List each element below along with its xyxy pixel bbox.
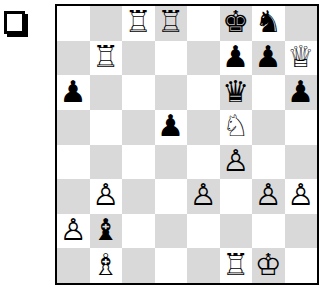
square-h7[interactable]: ♕ (285, 41, 318, 76)
square-b3[interactable]: ♙ (90, 179, 123, 214)
square-c7[interactable] (122, 41, 155, 76)
square-g5[interactable] (252, 110, 285, 145)
square-a1[interactable] (57, 248, 90, 283)
white-pawn-piece: ♙ (287, 180, 314, 210)
white-pawn-piece: ♙ (60, 215, 87, 245)
square-g3[interactable]: ♙ (252, 179, 285, 214)
white-king-piece: ♔ (255, 250, 282, 280)
square-d3[interactable] (155, 179, 188, 214)
black-knight-piece: ♞ (255, 7, 282, 37)
white-bishop-piece: ♗ (92, 250, 119, 280)
square-b5[interactable] (90, 110, 123, 145)
square-e6[interactable] (187, 75, 220, 110)
black-bishop-piece: ♝ (92, 215, 119, 245)
square-h2[interactable] (285, 214, 318, 249)
square-f1[interactable]: ♖ (220, 248, 253, 283)
square-h4[interactable] (285, 145, 318, 180)
square-g1[interactable]: ♔ (252, 248, 285, 283)
square-c1[interactable] (122, 248, 155, 283)
square-g2[interactable] (252, 214, 285, 249)
square-h3[interactable]: ♙ (285, 179, 318, 214)
white-pawn-piece: ♙ (222, 146, 249, 176)
black-pawn-piece: ♟ (60, 77, 87, 107)
square-d6[interactable] (155, 75, 188, 110)
square-c6[interactable] (122, 75, 155, 110)
square-g6[interactable] (252, 75, 285, 110)
square-f4[interactable]: ♙ (220, 145, 253, 180)
square-b2[interactable]: ♝ (90, 214, 123, 249)
black-king-piece: ♚ (222, 7, 249, 37)
square-b4[interactable] (90, 145, 123, 180)
square-h6[interactable]: ♟ (285, 75, 318, 110)
square-a2[interactable]: ♙ (57, 214, 90, 249)
square-d2[interactable] (155, 214, 188, 249)
square-h5[interactable] (285, 110, 318, 145)
square-h8[interactable] (285, 6, 318, 41)
square-f3[interactable] (220, 179, 253, 214)
white-pawn-piece: ♙ (255, 180, 282, 210)
black-queen-piece: ♛ (222, 77, 249, 107)
black-pawn-piece: ♟ (287, 77, 314, 107)
square-e7[interactable] (187, 41, 220, 76)
square-a6[interactable]: ♟ (57, 75, 90, 110)
square-f2[interactable] (220, 214, 253, 249)
square-d4[interactable] (155, 145, 188, 180)
black-pawn-piece: ♟ (157, 111, 184, 141)
square-a7[interactable] (57, 41, 90, 76)
square-f7[interactable]: ♟ (220, 41, 253, 76)
white-to-move-indicator (4, 11, 25, 34)
square-f6[interactable]: ♛ (220, 75, 253, 110)
square-e1[interactable] (187, 248, 220, 283)
square-b8[interactable] (90, 6, 123, 41)
square-f8[interactable]: ♚ (220, 6, 253, 41)
square-d5[interactable]: ♟ (155, 110, 188, 145)
square-b6[interactable] (90, 75, 123, 110)
white-rook-piece: ♖ (222, 250, 249, 280)
square-g4[interactable] (252, 145, 285, 180)
white-rook-piece: ♖ (157, 7, 184, 37)
square-h1[interactable] (285, 248, 318, 283)
white-knight-piece: ♘ (222, 111, 249, 141)
square-g7[interactable]: ♟ (252, 41, 285, 76)
square-c5[interactable] (122, 110, 155, 145)
square-c3[interactable] (122, 179, 155, 214)
white-rook-piece: ♖ (92, 42, 119, 72)
square-c2[interactable] (122, 214, 155, 249)
square-g8[interactable]: ♞ (252, 6, 285, 41)
square-d7[interactable] (155, 41, 188, 76)
square-a5[interactable] (57, 110, 90, 145)
white-pawn-piece: ♙ (92, 180, 119, 210)
black-pawn-piece: ♟ (255, 42, 282, 72)
square-a4[interactable] (57, 145, 90, 180)
square-a3[interactable] (57, 179, 90, 214)
white-rook-piece: ♖ (125, 7, 152, 37)
chess-board: ♖♖♚♞♖♟♟♕♟♛♟♟♘♙♙♙♙♙♙♝♗♖♔ (55, 4, 319, 285)
square-d1[interactable] (155, 248, 188, 283)
square-f5[interactable]: ♘ (220, 110, 253, 145)
white-pawn-piece: ♙ (190, 180, 217, 210)
square-e8[interactable] (187, 6, 220, 41)
square-a8[interactable] (57, 6, 90, 41)
square-b1[interactable]: ♗ (90, 248, 123, 283)
square-e2[interactable] (187, 214, 220, 249)
square-c8[interactable]: ♖ (122, 6, 155, 41)
white-queen-piece: ♕ (287, 42, 314, 72)
square-e5[interactable] (187, 110, 220, 145)
square-b7[interactable]: ♖ (90, 41, 123, 76)
square-d8[interactable]: ♖ (155, 6, 188, 41)
square-c4[interactable] (122, 145, 155, 180)
square-e4[interactable] (187, 145, 220, 180)
square-e3[interactable]: ♙ (187, 179, 220, 214)
black-pawn-piece: ♟ (222, 42, 249, 72)
